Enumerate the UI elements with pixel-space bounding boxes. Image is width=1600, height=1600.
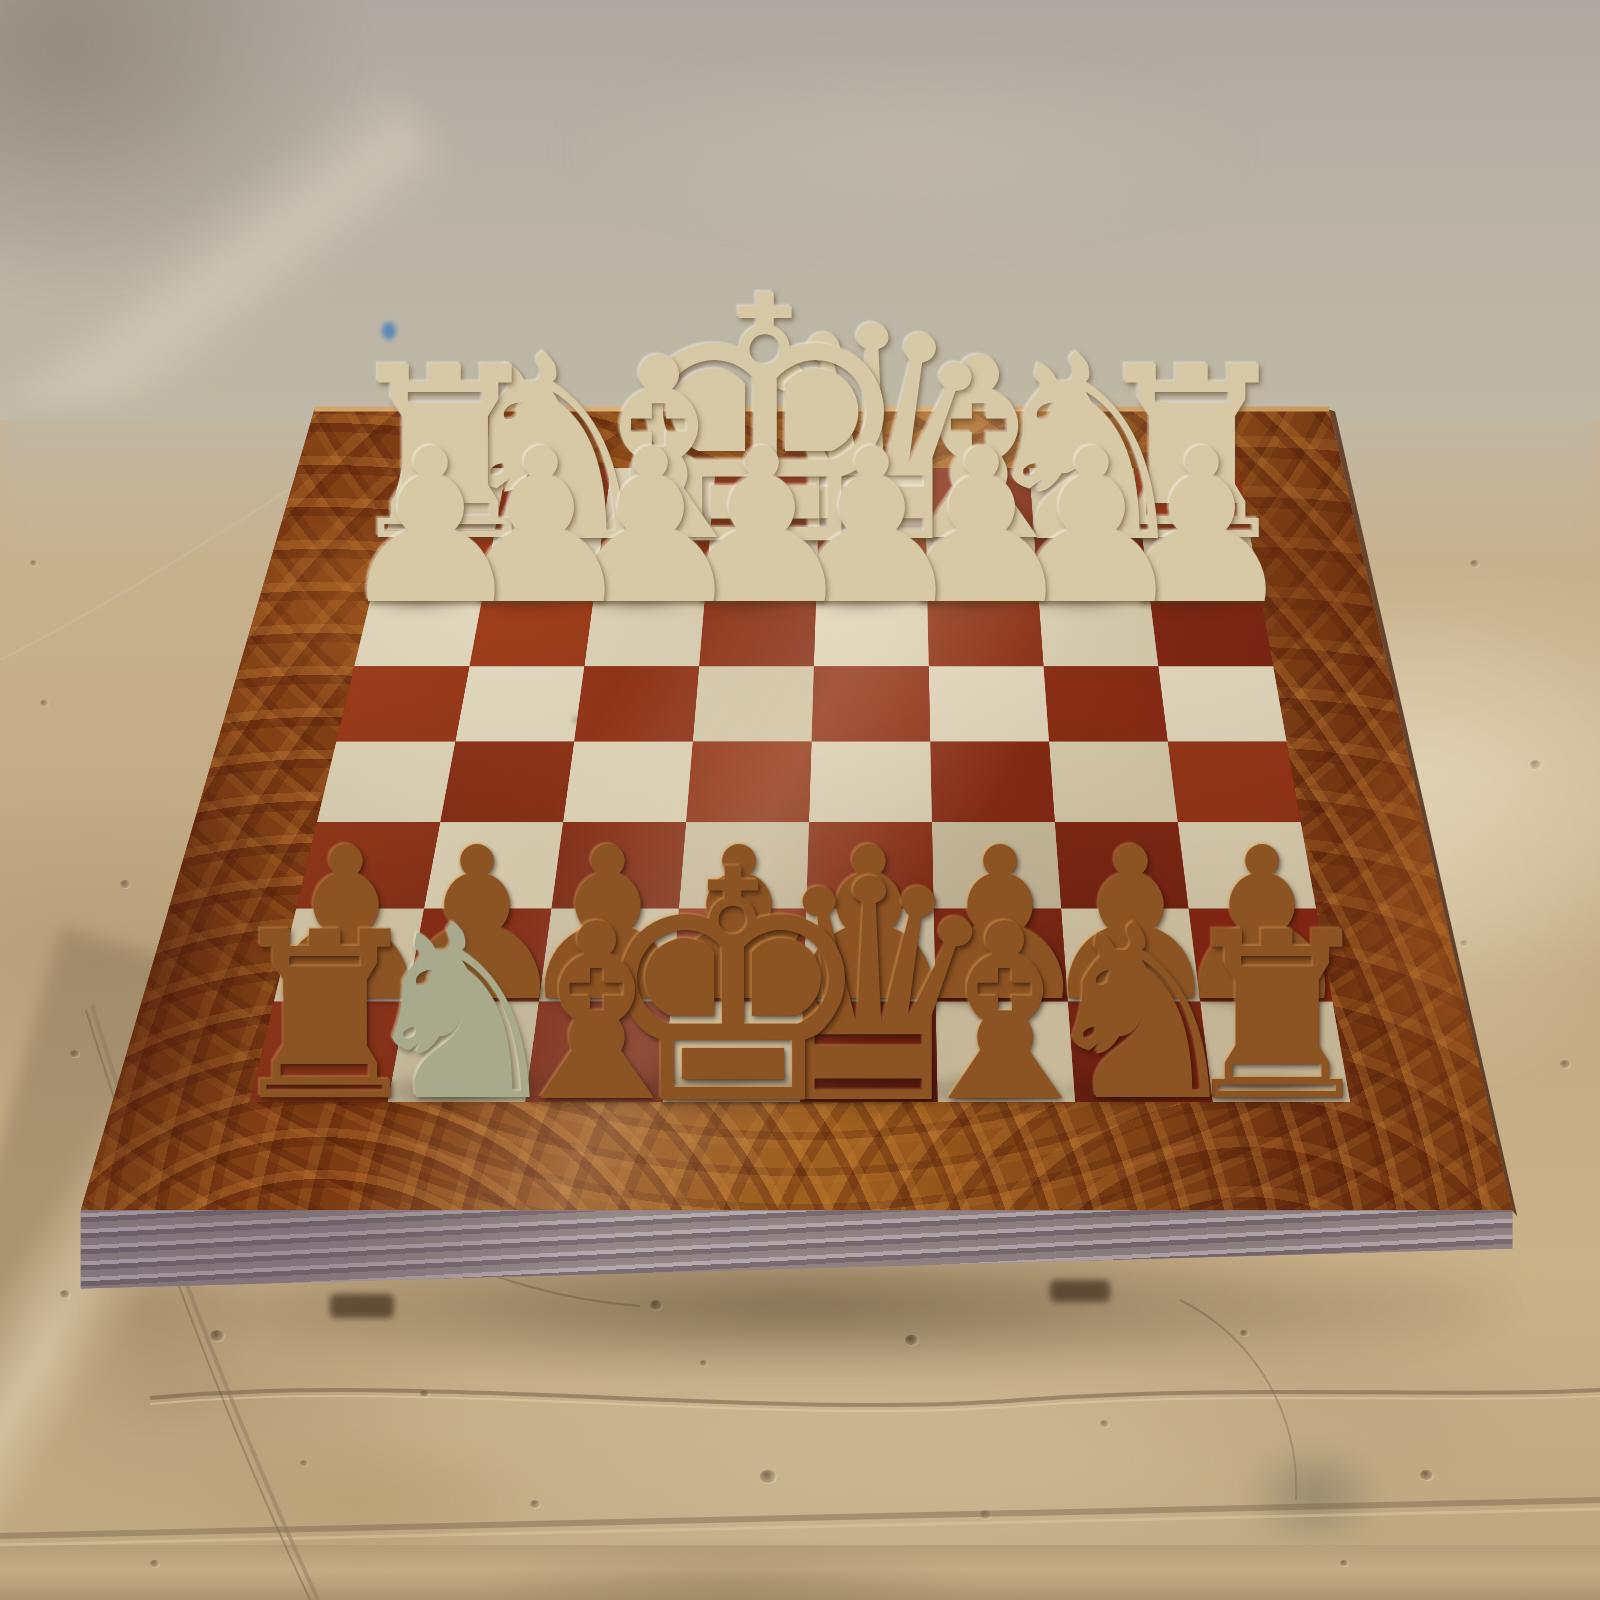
- piece-white-pawn-h2[interactable]: ♟︎: [336, 421, 527, 634]
- board-foot: [1050, 1280, 1110, 1302]
- piece-black-rook-h8[interactable]: ♜︎: [221, 902, 428, 1133]
- scene: ♜︎♞︎♝︎♛︎♚︎♝︎♞︎♜︎♟︎♟︎♟︎♟︎♟︎♟︎♟︎♟︎♟︎♟︎♟︎♟︎…: [0, 0, 1600, 1600]
- board-foot: [330, 1294, 394, 1318]
